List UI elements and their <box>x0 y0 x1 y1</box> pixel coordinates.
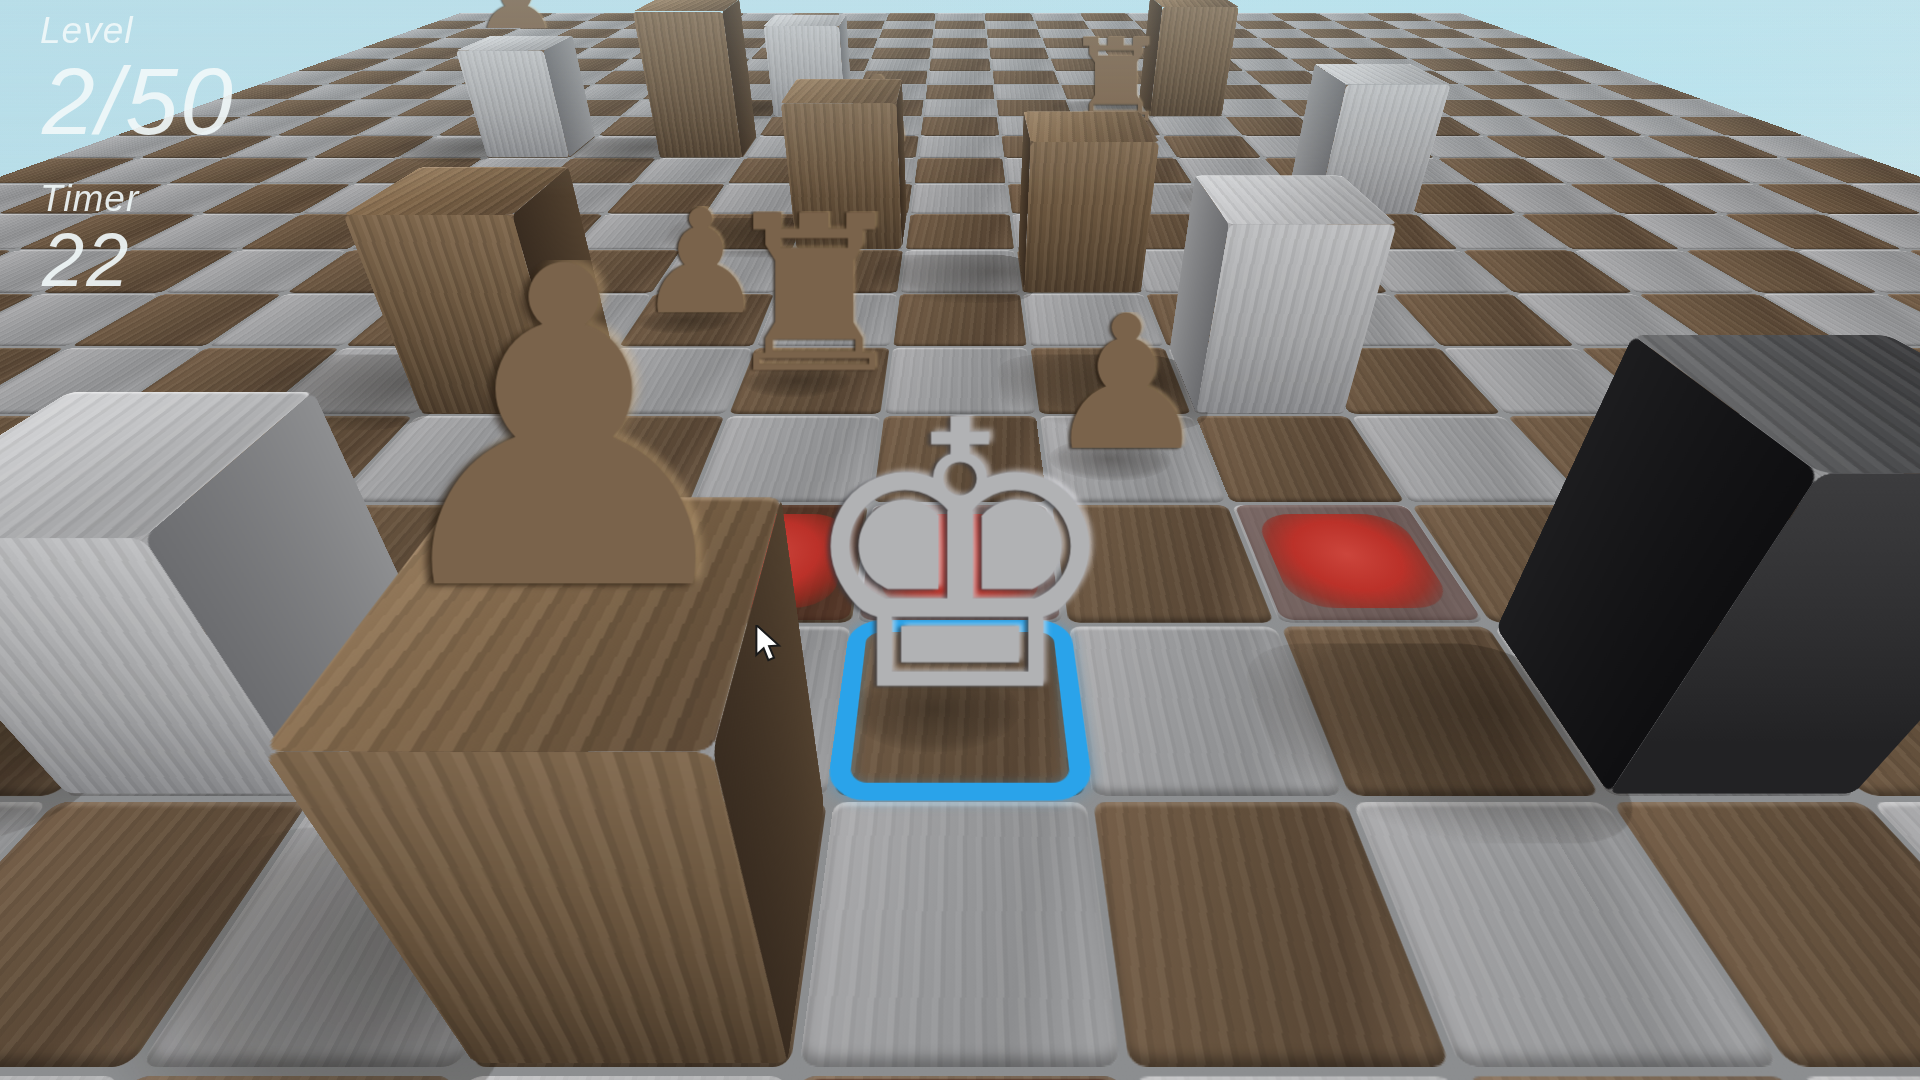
cube-face <box>262 752 788 1064</box>
chessboard: ♜♟♟♟♜♟♚♟ <box>0 13 1920 1080</box>
brown-pawn: ♟ <box>472 0 560 43</box>
board-square[interactable] <box>992 71 1059 84</box>
board-square[interactable] <box>994 85 1065 100</box>
white-king[interactable]: ♚ <box>794 415 1125 703</box>
board-square[interactable] <box>736 1076 1184 1080</box>
level-label: Level <box>40 10 235 52</box>
board-square[interactable] <box>911 184 1010 213</box>
board-square[interactable] <box>934 29 987 38</box>
obstacle-cube-dark <box>1496 628 1854 794</box>
board-square[interactable] <box>875 38 932 48</box>
board-square[interactable] <box>918 136 1002 158</box>
hud: Level 2/50 Timer 22 <box>40 10 235 300</box>
cube-face <box>1024 111 1160 141</box>
board-square[interactable] <box>883 21 935 29</box>
board-square[interactable] <box>991 59 1054 71</box>
board-square[interactable] <box>931 48 989 59</box>
board-square[interactable] <box>936 13 984 20</box>
level-value: 2/50 <box>42 52 235 152</box>
board-square[interactable]: ♟ <box>469 802 827 1067</box>
cube-face <box>1024 142 1159 292</box>
game-scene: ♜♟♟♟♜♟♚♟ Level 2/50 Timer 22 <box>0 0 1920 1080</box>
brown-pawn: ♟ <box>366 260 761 603</box>
obstacle-cube-brown <box>660 136 757 157</box>
board-square[interactable] <box>926 85 995 100</box>
board-square[interactable] <box>989 48 1049 59</box>
board-square[interactable] <box>985 13 1034 20</box>
board-square[interactable]: ♚ <box>835 626 1086 795</box>
board-square[interactable] <box>1196 416 1405 502</box>
board-square[interactable] <box>921 117 999 136</box>
board-square[interactable] <box>886 13 935 20</box>
board-square[interactable] <box>929 59 990 71</box>
timer-label: Timer <box>40 178 235 220</box>
red-danger-square <box>1234 505 1483 620</box>
board-square[interactable] <box>1797 1076 1920 1080</box>
cube-face <box>781 79 903 103</box>
pointer-cursor <box>753 625 787 665</box>
cube-face <box>1150 0 1239 7</box>
board-square[interactable] <box>906 214 1014 249</box>
board-square[interactable] <box>659 136 758 158</box>
board-square[interactable] <box>879 29 933 38</box>
board-square[interactable] <box>987 29 1041 38</box>
cube-face <box>763 14 846 26</box>
board-square[interactable] <box>988 38 1045 48</box>
board-square[interactable] <box>928 71 993 84</box>
board-square[interactable] <box>799 802 1121 1067</box>
board-square[interactable] <box>923 100 996 117</box>
timer-value: 22 <box>42 220 235 300</box>
board-square[interactable] <box>986 21 1038 29</box>
board-square[interactable] <box>915 158 1006 183</box>
board-square[interactable] <box>1493 626 1858 795</box>
board-square[interactable] <box>935 21 986 29</box>
board-square[interactable] <box>1232 505 1485 623</box>
board-square[interactable] <box>932 38 987 48</box>
obstacle-cube-brown <box>473 804 824 1064</box>
